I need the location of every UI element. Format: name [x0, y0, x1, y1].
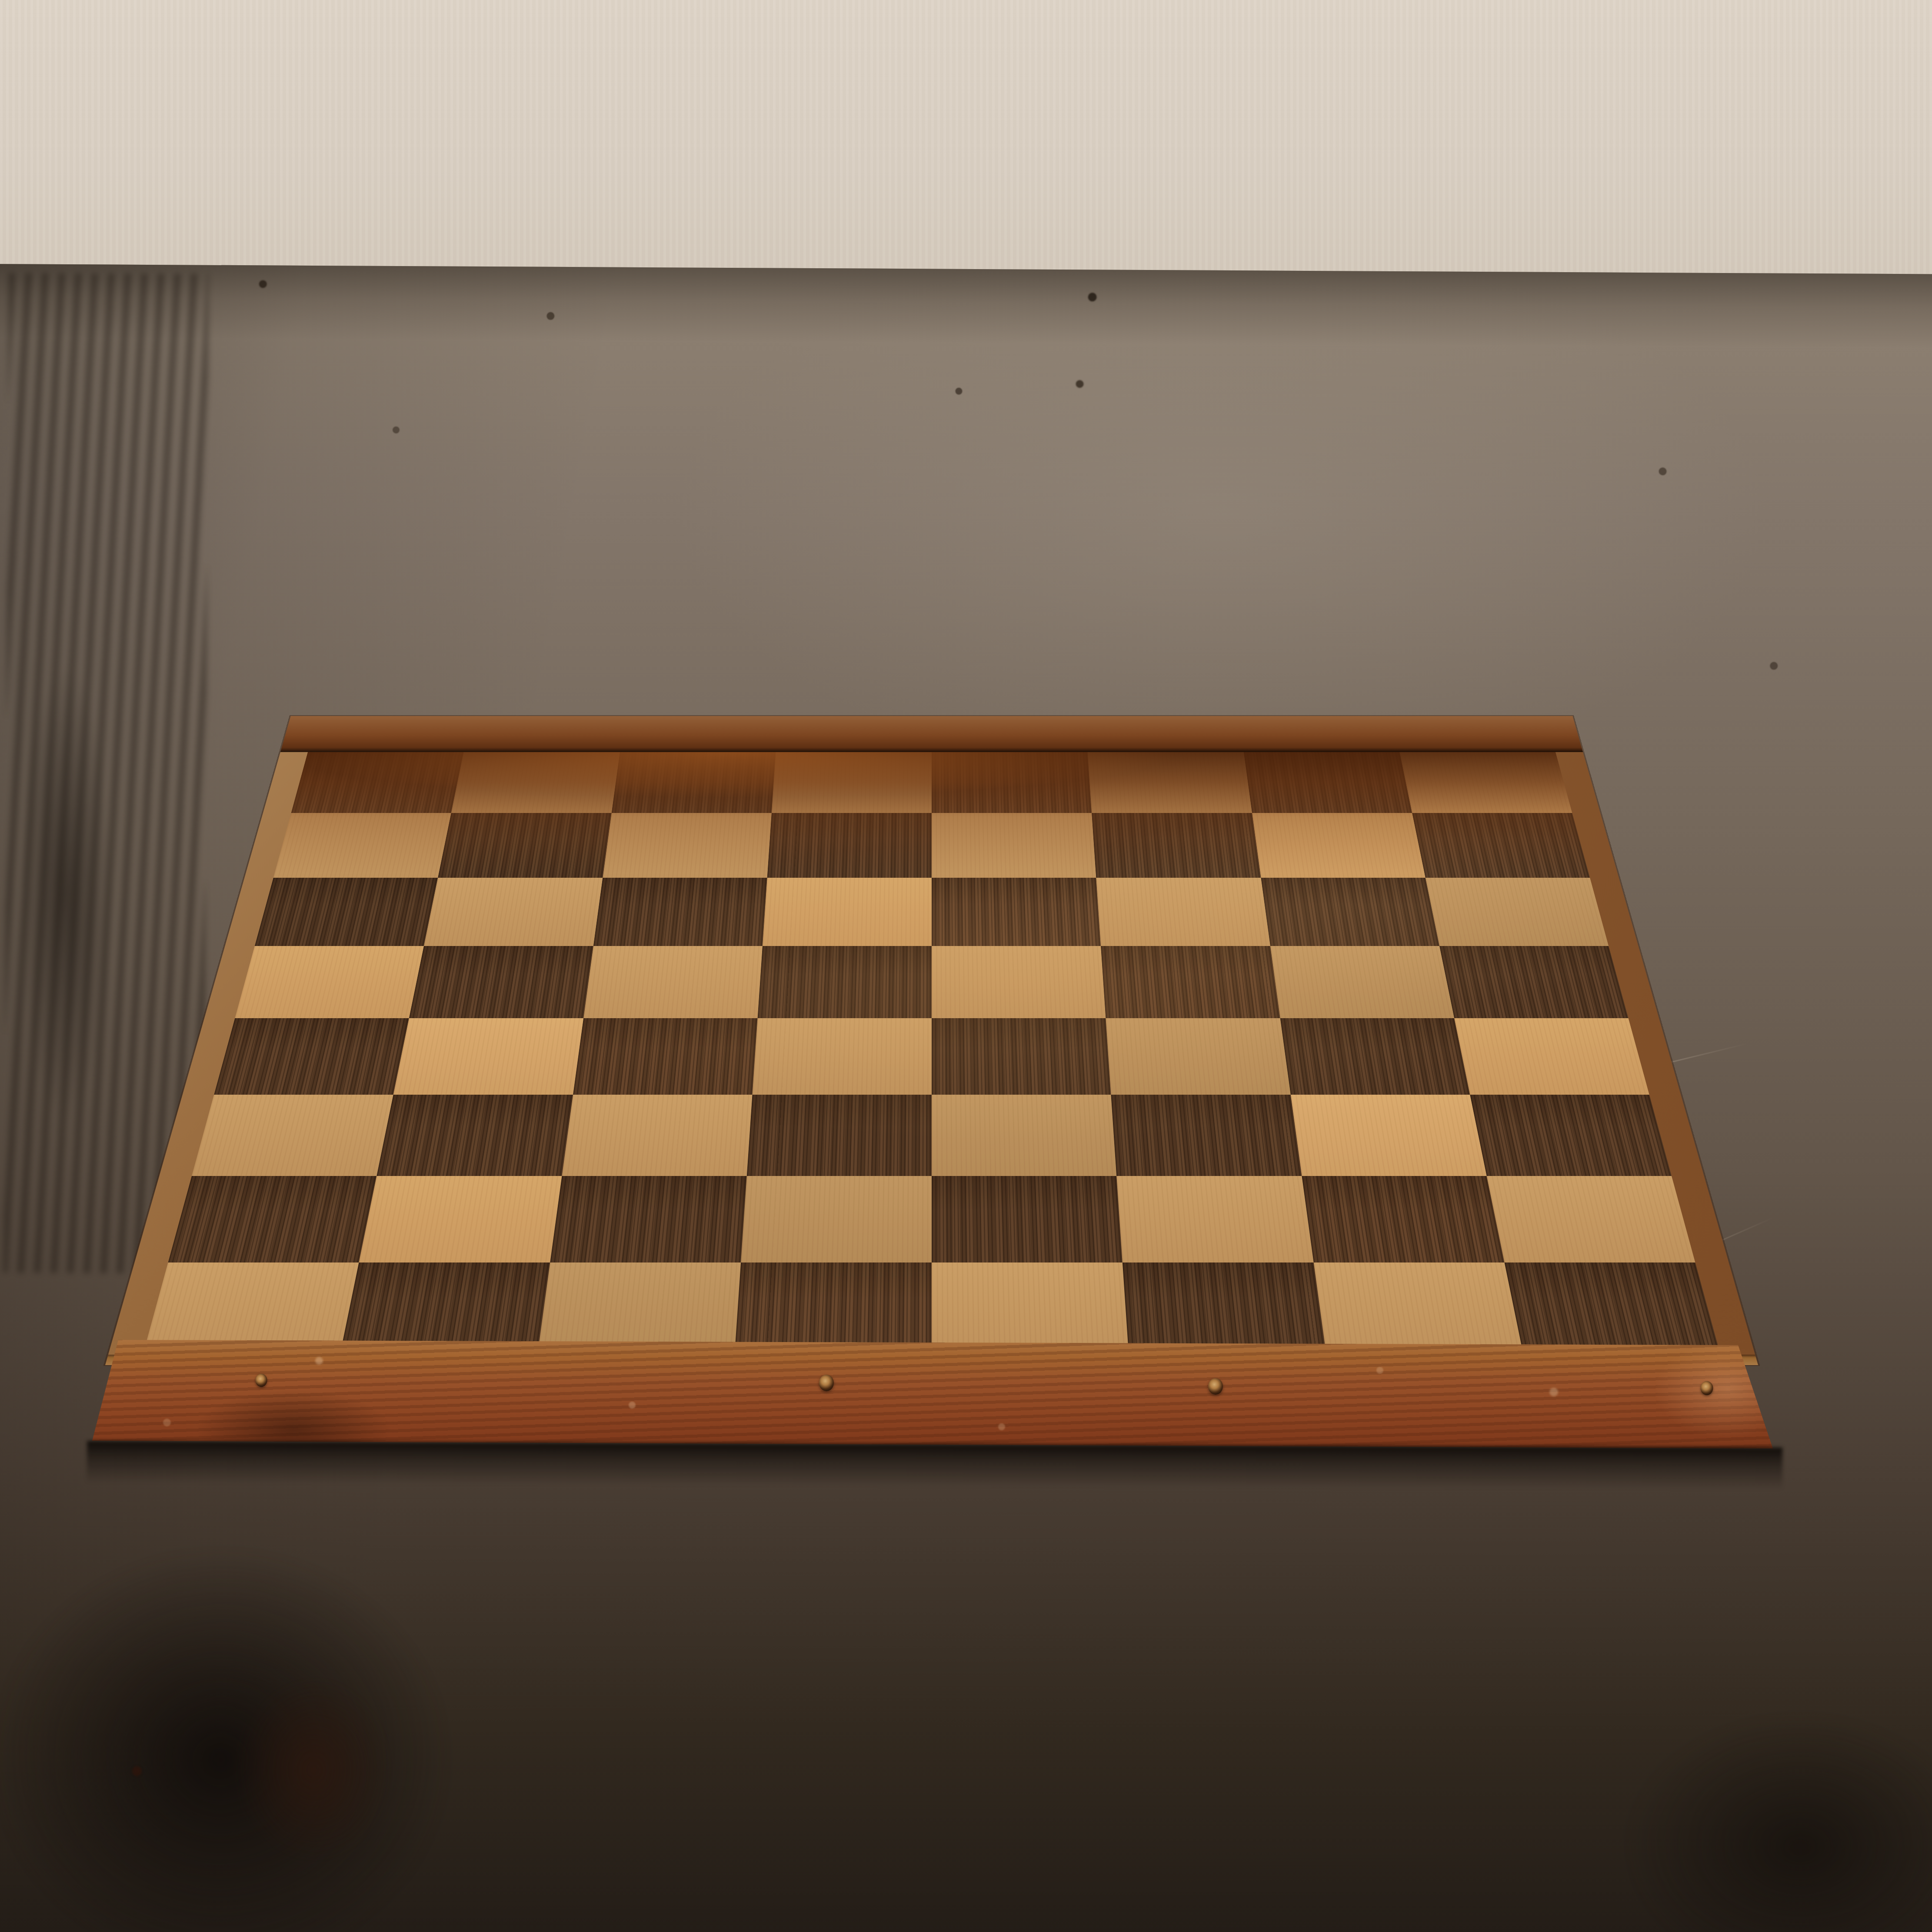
square-r3c1-dark[interactable] [255, 878, 438, 946]
square-r1c2-light[interactable] [451, 752, 620, 813]
square-r4c2-dark[interactable] [409, 946, 593, 1018]
square-r7c1-dark[interactable] [168, 1176, 377, 1262]
square-r1c3-dark[interactable] [611, 752, 776, 813]
square-r8c3-light[interactable] [537, 1262, 741, 1355]
square-r1c1-dark[interactable] [291, 752, 464, 813]
square-r6c6-dark[interactable] [1111, 1095, 1302, 1176]
nail-hole [255, 1374, 267, 1387]
square-r4c1-light[interactable] [235, 946, 424, 1018]
square-r7c2-light[interactable] [359, 1176, 562, 1262]
square-r7c8-light[interactable] [1486, 1176, 1695, 1262]
square-r1c4-light[interactable] [772, 752, 932, 813]
square-r8c4-dark[interactable] [734, 1262, 932, 1355]
nail-hole [1208, 1378, 1223, 1395]
square-r4c5-light[interactable] [932, 946, 1106, 1018]
square-r6c8-dark[interactable] [1470, 1095, 1672, 1176]
square-r6c4-dark[interactable] [747, 1095, 932, 1176]
square-r3c3-dark[interactable] [593, 878, 767, 946]
square-r2c4-dark[interactable] [767, 813, 932, 877]
square-r2c8-dark[interactable] [1412, 813, 1590, 877]
square-r8c8-dark[interactable] [1504, 1262, 1720, 1355]
square-r1c8-light[interactable] [1399, 752, 1572, 813]
square-r8c6-dark[interactable] [1123, 1262, 1326, 1355]
square-r4c3-light[interactable] [583, 946, 763, 1018]
square-r5c2-light[interactable] [393, 1018, 583, 1095]
square-r8c5-light[interactable] [932, 1262, 1129, 1355]
board-perspective [105, 0, 1758, 1365]
square-r3c7-dark[interactable] [1261, 878, 1439, 946]
square-r6c1-light[interactable] [192, 1095, 393, 1176]
square-r6c7-light[interactable] [1290, 1095, 1486, 1176]
square-r2c7-light[interactable] [1252, 813, 1426, 877]
square-r7c5-dark[interactable] [932, 1176, 1123, 1262]
square-r7c3-dark[interactable] [550, 1176, 747, 1262]
board-frame [105, 716, 1758, 1365]
scene [0, 0, 1932, 1932]
square-r4c4-dark[interactable] [757, 946, 932, 1018]
square-r6c5-light[interactable] [932, 1095, 1116, 1176]
square-r2c6-dark[interactable] [1092, 813, 1261, 877]
square-r7c4-light[interactable] [741, 1176, 932, 1262]
square-r6c2-dark[interactable] [377, 1095, 573, 1176]
square-r1c6-light[interactable] [1088, 752, 1252, 813]
square-r3c4-light[interactable] [763, 878, 932, 946]
square-r3c8-light[interactable] [1426, 878, 1609, 946]
board-grid [143, 752, 1721, 1355]
nail-hole [1701, 1381, 1713, 1395]
square-r5c5-dark[interactable] [932, 1018, 1111, 1095]
square-r7c6-light[interactable] [1116, 1176, 1313, 1262]
square-r3c5-dark[interactable] [932, 878, 1101, 946]
square-r1c5-dark[interactable] [932, 752, 1092, 813]
board-cast-shadow [87, 1441, 1782, 1489]
square-r5c1-dark[interactable] [214, 1018, 409, 1095]
square-r2c3-light[interactable] [603, 813, 772, 877]
square-r4c6-dark[interactable] [1101, 946, 1280, 1018]
square-r5c6-light[interactable] [1106, 1018, 1291, 1095]
square-r5c3-dark[interactable] [573, 1018, 758, 1095]
square-r2c5-light[interactable] [932, 813, 1096, 877]
square-r8c7-light[interactable] [1313, 1262, 1523, 1355]
game-board [0, 0, 1932, 1932]
square-r5c7-dark[interactable] [1280, 1018, 1470, 1095]
square-r4c7-light[interactable] [1270, 946, 1454, 1018]
square-r7c7-dark[interactable] [1302, 1176, 1504, 1262]
square-r4c8-dark[interactable] [1439, 946, 1629, 1018]
square-r6c3-light[interactable] [562, 1095, 752, 1176]
square-r3c2-light[interactable] [424, 878, 603, 946]
square-r5c8-light[interactable] [1454, 1018, 1649, 1095]
rail-scuffs [91, 1338, 95, 1342]
square-r2c1-light[interactable] [273, 813, 451, 877]
nail-hole [819, 1375, 834, 1391]
square-r5c4-light[interactable] [752, 1018, 932, 1095]
square-r3c6-light[interactable] [1096, 878, 1270, 946]
square-r1c7-dark[interactable] [1243, 752, 1412, 813]
front-rail [91, 1338, 1778, 1452]
square-r2c2-dark[interactable] [438, 813, 611, 877]
